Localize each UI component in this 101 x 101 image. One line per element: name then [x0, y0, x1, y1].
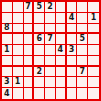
cell-r2c4[interactable]	[34, 13, 45, 24]
given-digit: 7	[47, 35, 53, 43]
given-digit: 1	[4, 46, 10, 54]
cell-r9c2[interactable]	[13, 88, 24, 99]
cell-r7c8[interactable]: 7	[77, 67, 88, 78]
cell-r7c5[interactable]	[45, 67, 56, 78]
cell-r5c7[interactable]: 3	[67, 45, 78, 56]
cell-r9c9[interactable]	[88, 88, 99, 99]
cell-r8c9[interactable]	[88, 77, 99, 88]
cell-r8c2[interactable]: 1	[13, 77, 24, 88]
cell-r6c8[interactable]	[77, 56, 88, 67]
given-digit: 5	[36, 3, 42, 11]
cell-r9c3[interactable]	[24, 88, 35, 99]
cell-r1c2[interactable]	[13, 2, 24, 13]
cell-r6c1[interactable]	[2, 56, 13, 67]
cell-r2c2[interactable]	[13, 13, 24, 24]
cell-r1c5[interactable]: 2	[45, 2, 56, 13]
cell-r2c1[interactable]	[2, 13, 13, 24]
cell-r8c3[interactable]	[24, 77, 35, 88]
cell-r1c9[interactable]	[88, 2, 99, 13]
cell-r2c6[interactable]	[56, 13, 67, 24]
cell-r4c5[interactable]: 7	[45, 34, 56, 45]
given-digit: 7	[25, 3, 31, 11]
cell-r4c8[interactable]: 5	[77, 34, 88, 45]
cell-r1c7[interactable]	[67, 2, 78, 13]
cell-r7c4[interactable]: 2	[34, 67, 45, 78]
cell-r6c7[interactable]	[67, 56, 78, 67]
given-digit: 3	[69, 46, 75, 54]
cell-r5c1[interactable]: 1	[2, 45, 13, 56]
cell-r2c9[interactable]: 1	[88, 13, 99, 24]
cell-r7c2[interactable]	[13, 67, 24, 78]
cell-r4c3[interactable]	[24, 34, 35, 45]
cell-r3c2[interactable]	[13, 24, 24, 35]
cell-r2c3[interactable]	[24, 13, 35, 24]
cell-r9c1[interactable]: 4	[2, 88, 13, 99]
cell-r6c2[interactable]	[13, 56, 24, 67]
cell-r5c6[interactable]: 4	[56, 45, 67, 56]
cell-r3c9[interactable]	[88, 24, 99, 35]
cell-r5c2[interactable]	[13, 45, 24, 56]
cell-r6c4[interactable]	[34, 56, 45, 67]
given-digit: 1	[91, 14, 97, 22]
cell-r7c3[interactable]	[24, 67, 35, 78]
cell-r2c8[interactable]	[77, 13, 88, 24]
cell-r4c4[interactable]: 6	[34, 34, 45, 45]
cell-r1c6[interactable]	[56, 2, 67, 13]
cell-r4c1[interactable]	[2, 34, 13, 45]
cell-r1c1[interactable]	[2, 2, 13, 13]
cell-r9c8[interactable]	[77, 88, 88, 99]
cell-r8c4[interactable]	[34, 77, 45, 88]
cell-r9c4[interactable]	[34, 88, 45, 99]
given-digit: 2	[36, 68, 42, 76]
cell-r5c8[interactable]	[77, 45, 88, 56]
cell-r7c9[interactable]	[88, 67, 99, 78]
cell-r2c7[interactable]: 4	[67, 13, 78, 24]
given-digit: 3	[4, 78, 10, 86]
cell-r4c2[interactable]	[13, 34, 24, 45]
cell-r1c8[interactable]	[77, 2, 88, 13]
cell-r1c3[interactable]: 7	[24, 2, 35, 13]
cell-r3c8[interactable]	[77, 24, 88, 35]
cell-r8c5[interactable]	[45, 77, 56, 88]
cell-r6c6[interactable]	[56, 56, 67, 67]
cell-r8c6[interactable]	[56, 77, 67, 88]
sudoku-board: 75241867514327314	[0, 0, 101, 101]
cell-r3c4[interactable]	[34, 24, 45, 35]
given-digit: 7	[80, 68, 86, 76]
cell-r3c3[interactable]	[24, 24, 35, 35]
cell-r3c1[interactable]: 8	[2, 24, 13, 35]
cell-r2c5[interactable]	[45, 13, 56, 24]
cell-r8c8[interactable]	[77, 77, 88, 88]
cell-r1c4[interactable]: 5	[34, 2, 45, 13]
cell-r9c7[interactable]	[67, 88, 78, 99]
cell-r8c1[interactable]: 3	[2, 77, 13, 88]
cell-r8c7[interactable]	[67, 77, 78, 88]
given-digit: 4	[57, 46, 63, 54]
cell-r6c3[interactable]	[24, 56, 35, 67]
given-digit: 8	[4, 24, 10, 32]
given-digit: 4	[69, 14, 75, 22]
cell-r5c9[interactable]	[88, 45, 99, 56]
cell-r3c6[interactable]	[56, 24, 67, 35]
given-digit: 4	[4, 90, 10, 98]
cell-r4c6[interactable]	[56, 34, 67, 45]
given-digit: 5	[80, 35, 86, 43]
cell-r7c6[interactable]	[56, 67, 67, 78]
given-digit: 1	[15, 78, 21, 86]
given-digit: 6	[36, 35, 42, 43]
cell-r7c1[interactable]	[2, 67, 13, 78]
cell-r5c3[interactable]	[24, 45, 35, 56]
cell-r6c9[interactable]	[88, 56, 99, 67]
cell-r3c7[interactable]	[67, 24, 78, 35]
cell-r4c9[interactable]	[88, 34, 99, 45]
given-digit: 2	[47, 3, 53, 11]
cell-r5c4[interactable]	[34, 45, 45, 56]
cell-r7c7[interactable]	[67, 67, 78, 78]
cell-r6c5[interactable]	[45, 56, 56, 67]
cell-r9c6[interactable]	[56, 88, 67, 99]
cell-r5c5[interactable]	[45, 45, 56, 56]
cell-r4c7[interactable]	[67, 34, 78, 45]
cell-r9c5[interactable]	[45, 88, 56, 99]
cell-r3c5[interactable]	[45, 24, 56, 35]
